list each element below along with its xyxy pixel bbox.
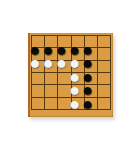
white-stone: ●: [68, 56, 82, 70]
black-stone: ●: [41, 43, 55, 57]
white-stone: ●: [68, 97, 82, 111]
white-stone: ●: [54, 56, 68, 70]
black-stone: ●: [81, 70, 95, 84]
go-board[interactable]: ●●●●●●●●●●●●●●●●: [28, 33, 113, 117]
white-stone: ●: [41, 56, 55, 70]
white-stone: ●: [28, 56, 42, 70]
white-stone: ●: [68, 83, 82, 97]
black-stone: ●: [68, 43, 82, 57]
black-stone: ●: [81, 43, 95, 57]
black-stone: ●: [81, 83, 95, 97]
page-background: ●●●●●●●●●●●●●●●●: [0, 0, 140, 150]
black-stone: ●: [28, 43, 42, 57]
black-stone: ●: [81, 56, 95, 70]
go-board-grid: ●●●●●●●●●●●●●●●●: [31, 35, 111, 110]
black-stone: ●: [81, 97, 95, 111]
black-stone: ●: [54, 43, 68, 57]
white-stone: ●: [68, 70, 82, 84]
